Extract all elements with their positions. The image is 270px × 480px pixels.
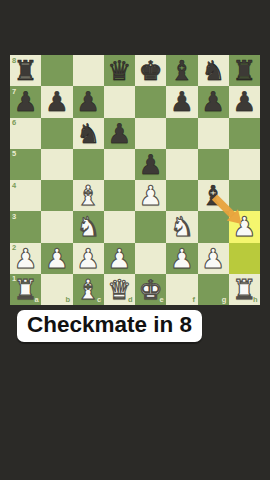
square-g3[interactable] — [198, 211, 229, 242]
square-h1[interactable]: h♜ — [229, 274, 260, 305]
white-pawn[interactable]: ♟ — [73, 243, 104, 274]
square-h7[interactable]: ♟ — [229, 86, 260, 117]
caption-banner: Checkmate in 8 — [17, 310, 202, 342]
white-rook[interactable]: ♜ — [229, 274, 260, 305]
white-pawn[interactable]: ♟ — [229, 211, 260, 242]
square-c5[interactable] — [73, 149, 104, 180]
square-f8[interactable]: ♝ — [166, 55, 197, 86]
square-c7[interactable]: ♟ — [73, 86, 104, 117]
white-knight[interactable]: ♞ — [166, 211, 197, 242]
white-pawn[interactable]: ♟ — [166, 243, 197, 274]
black-pawn[interactable]: ♟ — [41, 86, 72, 117]
black-knight[interactable]: ♞ — [73, 118, 104, 149]
square-c4[interactable]: ♝ — [73, 180, 104, 211]
square-f6[interactable] — [166, 118, 197, 149]
white-knight[interactable]: ♞ — [73, 211, 104, 242]
black-bishop[interactable]: ♝ — [166, 55, 197, 86]
black-pawn[interactable]: ♟ — [104, 118, 135, 149]
square-f7[interactable]: ♟ — [166, 86, 197, 117]
file-label-b: b — [65, 296, 70, 304]
square-g1[interactable]: g — [198, 274, 229, 305]
square-e5[interactable]: ♟ — [135, 149, 166, 180]
square-g2[interactable]: ♟ — [198, 243, 229, 274]
rank-label-4: 4 — [12, 182, 16, 190]
square-h2[interactable] — [229, 243, 260, 274]
square-a7[interactable]: 7♟ — [10, 86, 41, 117]
square-b6[interactable] — [41, 118, 72, 149]
square-h4[interactable] — [229, 180, 260, 211]
black-pawn[interactable]: ♟ — [135, 149, 166, 180]
rank-label-6: 6 — [12, 119, 16, 127]
square-a8[interactable]: 8♜ — [10, 55, 41, 86]
square-e3[interactable] — [135, 211, 166, 242]
square-c6[interactable]: ♞ — [73, 118, 104, 149]
square-d4[interactable] — [104, 180, 135, 211]
square-d6[interactable]: ♟ — [104, 118, 135, 149]
black-rook[interactable]: ♜ — [10, 55, 41, 86]
square-e6[interactable] — [135, 118, 166, 149]
square-a4[interactable]: 4 — [10, 180, 41, 211]
square-b8[interactable] — [41, 55, 72, 86]
square-f3[interactable]: ♞ — [166, 211, 197, 242]
square-f2[interactable]: ♟ — [166, 243, 197, 274]
square-e4[interactable]: ♟ — [135, 180, 166, 211]
black-rook[interactable]: ♜ — [229, 55, 260, 86]
file-label-g: g — [222, 296, 227, 304]
square-b7[interactable]: ♟ — [41, 86, 72, 117]
square-d2[interactable]: ♟ — [104, 243, 135, 274]
white-queen[interactable]: ♛ — [104, 274, 135, 305]
white-pawn[interactable]: ♟ — [41, 243, 72, 274]
square-h8[interactable]: ♜ — [229, 55, 260, 86]
square-c8[interactable] — [73, 55, 104, 86]
square-d1[interactable]: d♛ — [104, 274, 135, 305]
black-pawn[interactable]: ♟ — [198, 86, 229, 117]
black-pawn[interactable]: ♟ — [166, 86, 197, 117]
white-pawn[interactable]: ♟ — [135, 180, 166, 211]
square-f5[interactable] — [166, 149, 197, 180]
square-f4[interactable] — [166, 180, 197, 211]
black-pawn[interactable]: ♟ — [10, 86, 41, 117]
square-h5[interactable] — [229, 149, 260, 180]
square-g5[interactable] — [198, 149, 229, 180]
chess-board: 8♜♛♚♝♞♜7♟♟♟♟♟♟6♞♟5♟4♝♟♝3♞♞♟2♟♟♟♟♟♟1a♜bc♝… — [10, 55, 260, 305]
square-c2[interactable]: ♟ — [73, 243, 104, 274]
square-c3[interactable]: ♞ — [73, 211, 104, 242]
square-h6[interactable] — [229, 118, 260, 149]
square-g7[interactable]: ♟ — [198, 86, 229, 117]
black-pawn[interactable]: ♟ — [73, 86, 104, 117]
square-e1[interactable]: e♚ — [135, 274, 166, 305]
square-f1[interactable]: f — [166, 274, 197, 305]
white-pawn[interactable]: ♟ — [198, 243, 229, 274]
file-label-f: f — [193, 296, 196, 304]
black-bishop[interactable]: ♝ — [198, 180, 229, 211]
square-e7[interactable] — [135, 86, 166, 117]
black-king[interactable]: ♚ — [135, 55, 166, 86]
square-g8[interactable]: ♞ — [198, 55, 229, 86]
black-queen[interactable]: ♛ — [104, 55, 135, 86]
square-b3[interactable] — [41, 211, 72, 242]
white-king[interactable]: ♚ — [135, 274, 166, 305]
square-d5[interactable] — [104, 149, 135, 180]
square-a3[interactable]: 3 — [10, 211, 41, 242]
black-pawn[interactable]: ♟ — [229, 86, 260, 117]
square-c1[interactable]: c♝ — [73, 274, 104, 305]
white-rook[interactable]: ♜ — [10, 274, 41, 305]
square-a5[interactable]: 5 — [10, 149, 41, 180]
black-knight[interactable]: ♞ — [198, 55, 229, 86]
square-a2[interactable]: 2♟ — [10, 243, 41, 274]
rank-label-3: 3 — [12, 213, 16, 221]
rank-label-5: 5 — [12, 150, 16, 158]
white-bishop[interactable]: ♝ — [73, 274, 104, 305]
square-a6[interactable]: 6 — [10, 118, 41, 149]
square-b2[interactable]: ♟ — [41, 243, 72, 274]
square-h3[interactable]: ♟ — [229, 211, 260, 242]
square-g6[interactable] — [198, 118, 229, 149]
square-b5[interactable] — [41, 149, 72, 180]
square-b1[interactable]: b — [41, 274, 72, 305]
white-bishop[interactable]: ♝ — [73, 180, 104, 211]
square-d3[interactable] — [104, 211, 135, 242]
square-e2[interactable] — [135, 243, 166, 274]
white-pawn[interactable]: ♟ — [104, 243, 135, 274]
square-d8[interactable]: ♛ — [104, 55, 135, 86]
square-d7[interactable] — [104, 86, 135, 117]
square-g4[interactable]: ♝ — [198, 180, 229, 211]
square-a1[interactable]: 1a♜ — [10, 274, 41, 305]
square-b4[interactable] — [41, 180, 72, 211]
white-pawn[interactable]: ♟ — [10, 243, 41, 274]
square-e8[interactable]: ♚ — [135, 55, 166, 86]
